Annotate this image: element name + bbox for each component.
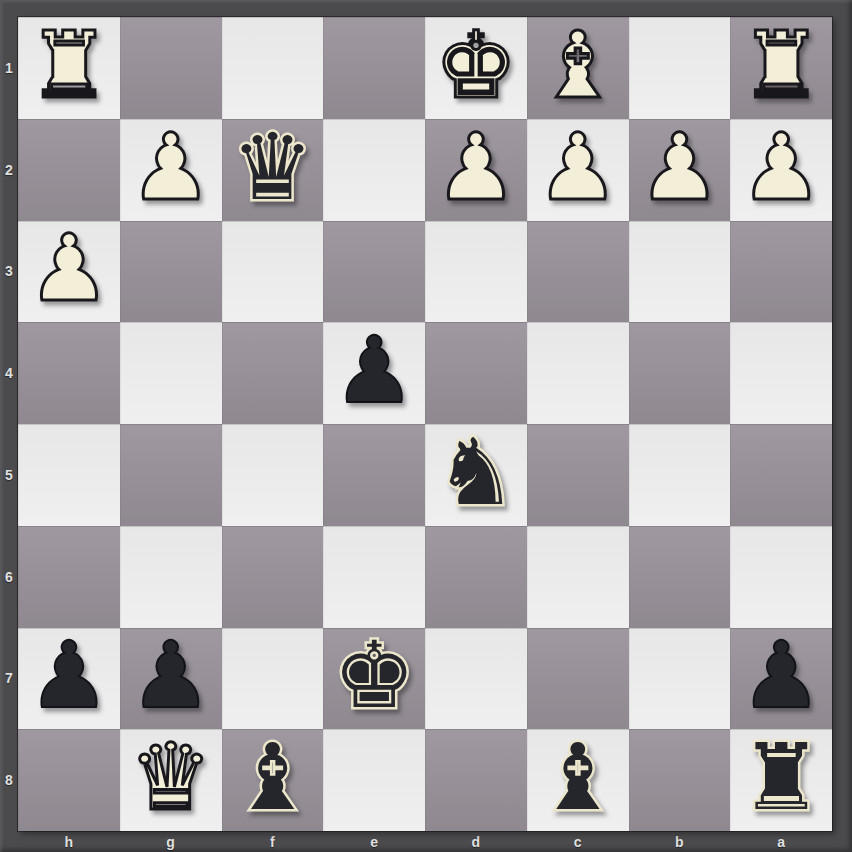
square-a7[interactable]: ♟ (730, 628, 832, 730)
square-a2[interactable]: ♟ (730, 119, 832, 221)
black-knight[interactable]: ♞♞ (425, 424, 527, 526)
square-g5[interactable] (120, 424, 222, 526)
rank-label-1: 1 (0, 17, 18, 119)
white-pawn[interactable]: ♟ (120, 119, 222, 221)
rank-label-2: 2 (0, 119, 18, 221)
square-a1[interactable]: ♜ (730, 17, 832, 119)
square-b3[interactable] (629, 221, 731, 323)
square-e5[interactable] (323, 424, 425, 526)
black-bishop-glyph: ♝ (527, 729, 629, 831)
square-b5[interactable] (629, 424, 731, 526)
black-pawn[interactable]: ♟ (18, 628, 120, 730)
square-c4[interactable] (527, 322, 629, 424)
square-g1[interactable] (120, 17, 222, 119)
square-f3[interactable] (222, 221, 324, 323)
white-queen[interactable]: ♛ (120, 729, 222, 831)
file-label-f: f (222, 831, 324, 852)
square-c7[interactable] (527, 628, 629, 730)
square-a6[interactable] (730, 526, 832, 628)
white-rook-glyph: ♜ (18, 17, 120, 119)
white-pawn[interactable]: ♟ (425, 119, 527, 221)
square-c1[interactable]: ♝ (527, 17, 629, 119)
square-b8[interactable] (629, 729, 731, 831)
black-pawn[interactable]: ♟ (120, 628, 222, 730)
white-king[interactable]: ♚ (425, 17, 527, 119)
square-c5[interactable] (527, 424, 629, 526)
square-e8[interactable] (323, 729, 425, 831)
square-c3[interactable] (527, 221, 629, 323)
file-label-h: h (18, 831, 120, 852)
square-d7[interactable] (425, 628, 527, 730)
square-d8[interactable] (425, 729, 527, 831)
white-pawn-glyph: ♟ (730, 119, 832, 221)
white-pawn[interactable]: ♟ (730, 119, 832, 221)
white-pawn[interactable]: ♟ (629, 119, 731, 221)
square-b7[interactable] (629, 628, 731, 730)
square-h3[interactable]: ♟ (18, 221, 120, 323)
black-bishop-glyph: ♝ (222, 729, 324, 831)
white-pawn-glyph: ♟ (425, 119, 527, 221)
file-label-e: e (323, 831, 425, 852)
black-pawn-glyph: ♟ (323, 322, 425, 424)
rank-labels: 12345678 (0, 17, 18, 831)
white-pawn-glyph: ♟ (629, 119, 731, 221)
square-f7[interactable] (222, 628, 324, 730)
file-label-b: b (629, 831, 731, 852)
square-a5[interactable] (730, 424, 832, 526)
rank-label-4: 4 (0, 322, 18, 424)
square-d2[interactable]: ♟ (425, 119, 527, 221)
file-label-g: g (120, 831, 222, 852)
black-king[interactable]: ♚♚ (323, 628, 425, 730)
rank-label-8: 8 (0, 729, 18, 831)
square-g4[interactable] (120, 322, 222, 424)
black-pawn-glyph: ♟ (730, 628, 832, 730)
white-rook-glyph: ♜ (730, 17, 832, 119)
square-g2[interactable]: ♟ (120, 119, 222, 221)
black-pawn-glyph: ♟ (18, 628, 120, 730)
square-b1[interactable] (629, 17, 731, 119)
rank-label-5: 5 (0, 424, 18, 526)
file-label-c: c (527, 831, 629, 852)
white-bishop[interactable]: ♝ (527, 17, 629, 119)
black-pawn[interactable]: ♟ (730, 628, 832, 730)
square-h2[interactable] (18, 119, 120, 221)
square-f2[interactable]: ♛♛ (222, 119, 324, 221)
white-pawn-glyph: ♟ (18, 221, 120, 323)
square-d3[interactable] (425, 221, 527, 323)
square-d1[interactable]: ♚ (425, 17, 527, 119)
black-rook[interactable]: ♜♜ (730, 729, 832, 831)
white-queen-glyph: ♛ (120, 729, 222, 831)
square-g8[interactable]: ♛ (120, 729, 222, 831)
white-pawn-glyph: ♟ (120, 119, 222, 221)
file-label-d: d (425, 831, 527, 852)
square-f4[interactable] (222, 322, 324, 424)
black-rook-glyph: ♜ (730, 729, 832, 831)
square-e7[interactable]: ♚♚ (323, 628, 425, 730)
square-g6[interactable] (120, 526, 222, 628)
square-h1[interactable]: ♜ (18, 17, 120, 119)
square-f8[interactable]: ♝♝ (222, 729, 324, 831)
rank-label-3: 3 (0, 221, 18, 323)
square-e1[interactable] (323, 17, 425, 119)
black-queen[interactable]: ♛♛ (222, 119, 324, 221)
square-d6[interactable] (425, 526, 527, 628)
square-e6[interactable] (323, 526, 425, 628)
file-labels: hgfedcba (18, 831, 832, 852)
square-g3[interactable] (120, 221, 222, 323)
white-pawn[interactable]: ♟ (18, 221, 120, 323)
square-f5[interactable] (222, 424, 324, 526)
white-pawn[interactable]: ♟ (527, 119, 629, 221)
rank-label-7: 7 (0, 628, 18, 730)
square-b4[interactable] (629, 322, 731, 424)
square-h5[interactable] (18, 424, 120, 526)
square-b2[interactable]: ♟ (629, 119, 731, 221)
black-knight-glyph: ♞ (425, 424, 527, 526)
rank-label-6: 6 (0, 526, 18, 628)
white-rook[interactable]: ♜ (730, 17, 832, 119)
square-e2[interactable] (323, 119, 425, 221)
square-d4[interactable] (425, 322, 527, 424)
square-h7[interactable]: ♟ (18, 628, 120, 730)
chess-board-frame: 12345678 hgfedcba ♜♚♝♜♟♛♛♟♟♟♟♟♟♞♞♟♟♚♚♟♛♝… (0, 0, 852, 852)
square-a8[interactable]: ♜♜ (730, 729, 832, 831)
square-d5[interactable]: ♞♞ (425, 424, 527, 526)
square-f6[interactable] (222, 526, 324, 628)
white-bishop-glyph: ♝ (527, 17, 629, 119)
black-king-glyph: ♚ (323, 628, 425, 730)
square-c8[interactable]: ♝♝ (527, 729, 629, 831)
black-pawn[interactable]: ♟ (323, 322, 425, 424)
square-f1[interactable] (222, 17, 324, 119)
square-a4[interactable] (730, 322, 832, 424)
square-g7[interactable]: ♟ (120, 628, 222, 730)
chess-board: ♜♚♝♜♟♛♛♟♟♟♟♟♟♞♞♟♟♚♚♟♛♝♝♝♝♜♜ (18, 17, 832, 831)
white-pawn-glyph: ♟ (527, 119, 629, 221)
white-king-glyph: ♚ (425, 17, 527, 119)
square-a3[interactable] (730, 221, 832, 323)
black-queen-glyph: ♛ (222, 119, 324, 221)
square-c2[interactable]: ♟ (527, 119, 629, 221)
black-pawn-glyph: ♟ (120, 628, 222, 730)
square-c6[interactable] (527, 526, 629, 628)
square-h4[interactable] (18, 322, 120, 424)
black-bishop[interactable]: ♝♝ (527, 729, 629, 831)
square-h6[interactable] (18, 526, 120, 628)
black-bishop[interactable]: ♝♝ (222, 729, 324, 831)
square-b6[interactable] (629, 526, 731, 628)
square-e4[interactable]: ♟ (323, 322, 425, 424)
white-rook[interactable]: ♜ (18, 17, 120, 119)
square-h8[interactable] (18, 729, 120, 831)
file-label-a: a (730, 831, 832, 852)
square-e3[interactable] (323, 221, 425, 323)
